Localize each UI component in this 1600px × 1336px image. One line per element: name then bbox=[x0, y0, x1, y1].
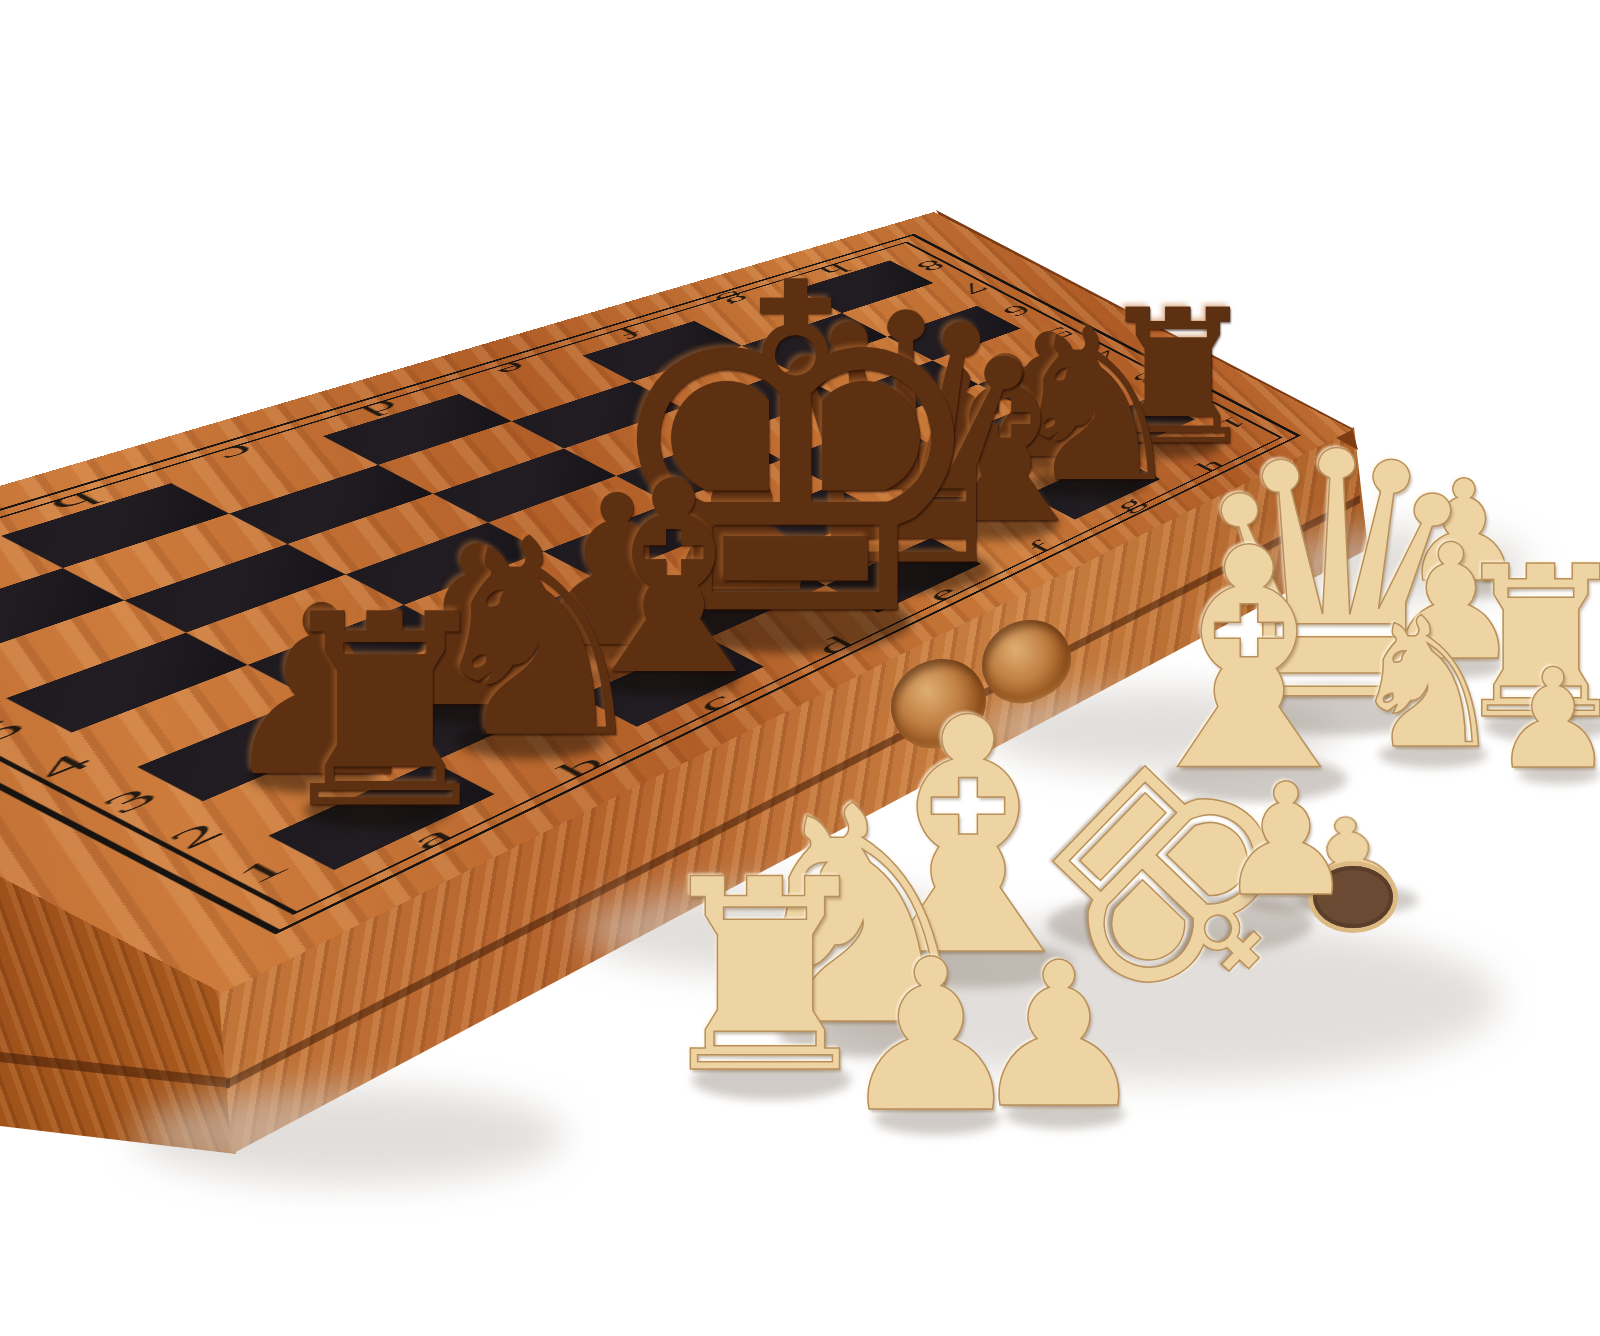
piece-dark-rook-a1[interactable]: ♜ bbox=[266, 580, 504, 846]
piece-light-pawn-offboard-7[interactable]: ♟ bbox=[1217, 763, 1356, 918]
product-photo-scene: aabbccddeeffgghh1122334455667788 ♜♞♝♚♛♝♞… bbox=[0, 0, 1600, 1336]
floor-shadow bbox=[135, 1088, 565, 1183]
rank-label-left-5: 5 bbox=[0, 714, 36, 749]
rank-label-left-4: 4 bbox=[23, 748, 102, 784]
rank-label-left-3: 3 bbox=[90, 783, 168, 819]
piece-light-pawn-offboard-4[interactable]: ♟ bbox=[837, 932, 1025, 1142]
piece-light-pawn-offboard-15[interactable]: ♟ bbox=[1491, 651, 1600, 789]
